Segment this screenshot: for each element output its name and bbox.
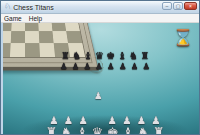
piece-black-pawn-b7[interactable]: ♟ <box>72 62 80 70</box>
square-e3[interactable] <box>25 23 39 31</box>
square-h2[interactable] <box>66 31 82 43</box>
piece-white-knight-b1[interactable]: ♞ <box>61 126 73 135</box>
app-icon: ♘ <box>4 3 11 11</box>
game-area: ♜♞♝♛♚♝♞♜♟♟♟♟♟♟♟♟♟♟♟♟♟♟♟♟♜♞♝♛♚♝♞♜ ⌛ <box>1 23 200 135</box>
square-f3[interactable] <box>38 23 52 31</box>
piece-black-pawn-a7[interactable]: ♟ <box>60 62 68 70</box>
menu-item-help[interactable]: Help <box>29 14 42 23</box>
square-g3[interactable] <box>51 23 66 31</box>
piece-black-pawn-g7[interactable]: ♟ <box>131 62 139 70</box>
piece-white-rook-h1[interactable]: ♜ <box>153 126 165 135</box>
title-bar[interactable]: ♘ Chess Titans – ▢ × <box>1 1 199 14</box>
square-d1[interactable] <box>10 43 25 57</box>
piece-black-pawn-d7[interactable]: ♟ <box>95 62 103 70</box>
menu-item-game[interactable]: Game <box>4 14 22 23</box>
square-e2[interactable] <box>25 31 39 43</box>
square-e1[interactable] <box>25 43 40 57</box>
square-h3[interactable] <box>64 23 79 31</box>
piece-white-pawn-g2[interactable]: ♟ <box>137 115 146 125</box>
piece-white-pawn-a2[interactable]: ♟ <box>49 115 58 125</box>
square-d3[interactable] <box>11 23 25 31</box>
piece-black-pawn-c7[interactable]: ♟ <box>84 62 92 70</box>
piece-white-queen-d1[interactable]: ♛ <box>91 126 103 135</box>
menu-bar: Game Help <box>1 14 199 23</box>
window-controls: – ▢ × <box>162 2 197 10</box>
piece-white-pawn-h2[interactable]: ♟ <box>151 115 160 125</box>
piece-white-pawn-b2[interactable]: ♟ <box>64 115 73 125</box>
window-title: Chess Titans <box>13 4 53 11</box>
square-d2[interactable] <box>11 31 25 43</box>
piece-white-pawn-c2[interactable]: ♟ <box>78 115 87 125</box>
piece-black-pawn-f7[interactable]: ♟ <box>119 62 127 70</box>
minimize-button[interactable]: – <box>162 2 172 10</box>
piece-white-pawn-e2[interactable]: ♟ <box>108 115 117 125</box>
maximize-button[interactable]: ▢ <box>173 2 183 10</box>
square-f1[interactable] <box>39 43 55 57</box>
piece-white-pawn-d4[interactable]: ♟ <box>94 91 103 101</box>
piece-white-pawn-f2[interactable]: ♟ <box>122 115 131 125</box>
piece-black-pawn-e7[interactable]: ♟ <box>107 62 115 70</box>
close-button[interactable]: × <box>184 2 197 10</box>
square-f2[interactable] <box>39 31 54 43</box>
hourglass-busy-cursor: ⌛ <box>173 30 193 46</box>
chess-titans-window: ♘ Chess Titans – ▢ × Game Help ♜♞♝♛♚♝♞♜♟… <box>0 0 200 135</box>
piece-white-king-e1[interactable]: ♚ <box>107 126 119 135</box>
piece-white-rook-a1[interactable]: ♜ <box>46 126 58 135</box>
piece-white-bishop-c1[interactable]: ♝ <box>76 126 88 135</box>
piece-black-pawn-h7[interactable]: ♟ <box>142 62 150 70</box>
piece-white-knight-g1[interactable]: ♞ <box>137 126 149 135</box>
square-c3[interactable] <box>1 23 12 31</box>
piece-white-bishop-f1[interactable]: ♝ <box>122 126 134 135</box>
